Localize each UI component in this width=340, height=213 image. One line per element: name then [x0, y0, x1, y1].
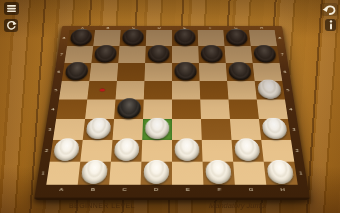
square-B3[interactable]	[83, 119, 114, 140]
square-H7[interactable]	[251, 46, 280, 63]
square-D2[interactable]	[141, 140, 172, 162]
square-F8[interactable]	[198, 30, 225, 46]
square-F3[interactable]	[201, 119, 232, 140]
white-piece-D1[interactable]	[143, 160, 169, 183]
coordinate-label: G	[235, 186, 267, 194]
coordinate-label: F	[203, 186, 235, 194]
square-C4[interactable]	[114, 99, 144, 119]
square-C6[interactable]	[117, 63, 145, 81]
square-D3[interactable]	[142, 119, 172, 140]
square-E4[interactable]	[172, 99, 201, 119]
square-F2[interactable]	[202, 140, 233, 162]
square-C5[interactable]	[116, 81, 145, 100]
coordinate-label: D	[140, 186, 172, 194]
square-B4[interactable]	[85, 99, 115, 119]
info-icon	[328, 20, 334, 30]
black-piece-A8[interactable]	[69, 29, 92, 45]
square-D7[interactable]	[145, 46, 172, 63]
black-piece-B7[interactable]	[94, 45, 117, 62]
white-piece-E2[interactable]	[175, 139, 200, 161]
coordinate-label: E	[172, 186, 204, 194]
black-piece-G6[interactable]	[228, 62, 252, 80]
white-piece-A2[interactable]	[53, 139, 81, 161]
white-piece-H5[interactable]	[257, 80, 282, 99]
square-E2[interactable]	[172, 140, 203, 162]
square-B5[interactable]	[87, 81, 117, 100]
square-D6[interactable]	[144, 63, 172, 81]
square-H1[interactable]	[264, 162, 298, 185]
square-D8[interactable]	[146, 30, 172, 46]
square-A1[interactable]	[46, 162, 80, 185]
black-piece-C8[interactable]	[122, 29, 144, 45]
board-3d-stage: ABCDEFGH ABCDEFGH 87654321 87654321	[34, 8, 310, 200]
undo-arrow-icon	[322, 4, 337, 16]
square-B2[interactable]	[80, 140, 112, 162]
square-G2[interactable]	[232, 140, 264, 162]
game-message: Mandatory Jump!	[188, 201, 288, 210]
square-F5[interactable]	[200, 81, 229, 100]
square-D4[interactable]	[143, 99, 172, 119]
white-piece-F1[interactable]	[205, 160, 232, 183]
square-E7[interactable]	[172, 46, 199, 63]
black-piece-D7[interactable]	[148, 45, 170, 62]
white-piece-H3[interactable]	[261, 118, 288, 139]
white-piece-G2[interactable]	[234, 139, 261, 161]
square-A6[interactable]	[62, 63, 92, 81]
square-D5[interactable]	[144, 81, 172, 100]
square-D1[interactable]	[141, 162, 172, 185]
white-piece-H1[interactable]	[266, 160, 294, 183]
white-piece-B1[interactable]	[81, 160, 109, 183]
square-A8[interactable]	[67, 30, 95, 46]
square-H4[interactable]	[257, 99, 288, 119]
info-button[interactable]	[325, 19, 336, 31]
restart-icon	[6, 20, 17, 31]
square-G1[interactable]	[233, 162, 266, 185]
square-E3[interactable]	[172, 119, 202, 140]
menu-button[interactable]	[4, 2, 19, 15]
black-piece-E8[interactable]	[174, 29, 196, 45]
square-A5[interactable]	[59, 81, 89, 100]
square-C3[interactable]	[112, 119, 143, 140]
coordinate-label: C	[108, 186, 140, 194]
square-G6[interactable]	[226, 63, 255, 81]
coordinate-label: H	[266, 186, 299, 194]
square-H6[interactable]	[253, 63, 283, 81]
move-target-dot[interactable]	[100, 88, 106, 91]
square-H5[interactable]	[255, 81, 285, 100]
square-C8[interactable]	[119, 30, 146, 46]
checkers-board: ABCDEFGH ABCDEFGH 87654321 87654321	[34, 26, 310, 200]
square-G7[interactable]	[225, 46, 253, 63]
black-piece-A6[interactable]	[64, 62, 89, 80]
square-E6[interactable]	[172, 63, 200, 81]
square-H8[interactable]	[249, 30, 277, 46]
black-piece-G8[interactable]	[226, 29, 249, 45]
square-C1[interactable]	[109, 162, 141, 185]
square-F4[interactable]	[200, 99, 230, 119]
square-C7[interactable]	[118, 46, 146, 63]
white-piece-B3[interactable]	[86, 118, 112, 139]
white-piece-D3[interactable]	[145, 118, 169, 139]
square-F1[interactable]	[203, 162, 235, 185]
square-G8[interactable]	[223, 30, 250, 46]
undo-button[interactable]	[321, 3, 338, 16]
square-A3[interactable]	[53, 119, 85, 140]
square-E5[interactable]	[172, 81, 200, 100]
difficulty-level-label: BEGINNER LEVEL	[52, 202, 152, 209]
square-G3[interactable]	[230, 119, 261, 140]
square-B7[interactable]	[91, 46, 119, 63]
coordinate-label: A	[45, 186, 78, 194]
black-piece-E6[interactable]	[174, 62, 197, 80]
square-A4[interactable]	[56, 99, 87, 119]
square-B6[interactable]	[89, 63, 118, 81]
black-piece-H7[interactable]	[253, 45, 277, 62]
square-G4[interactable]	[228, 99, 258, 119]
white-piece-C2[interactable]	[114, 139, 140, 161]
square-H2[interactable]	[261, 140, 294, 162]
file-labels-bottom: ABCDEFGH	[45, 186, 299, 194]
square-E1[interactable]	[172, 162, 203, 185]
square-A2[interactable]	[50, 140, 83, 162]
checkers-app-screen: ABCDEFGH ABCDEFGH 87654321 87654321 BEGI…	[0, 0, 340, 213]
square-B1[interactable]	[78, 162, 111, 185]
board-grid	[46, 30, 297, 185]
square-C2[interactable]	[111, 140, 142, 162]
black-piece-C4[interactable]	[117, 98, 142, 118]
square-G5[interactable]	[227, 81, 257, 100]
coordinate-label: B	[77, 186, 109, 194]
square-H3[interactable]	[259, 119, 291, 140]
restart-button[interactable]	[4, 19, 18, 32]
square-E8[interactable]	[172, 30, 198, 46]
black-piece-F7[interactable]	[201, 45, 224, 62]
square-A7[interactable]	[64, 46, 93, 63]
hamburger-icon	[6, 4, 17, 13]
square-B8[interactable]	[93, 30, 120, 46]
square-F7[interactable]	[198, 46, 226, 63]
square-F6[interactable]	[199, 63, 227, 81]
